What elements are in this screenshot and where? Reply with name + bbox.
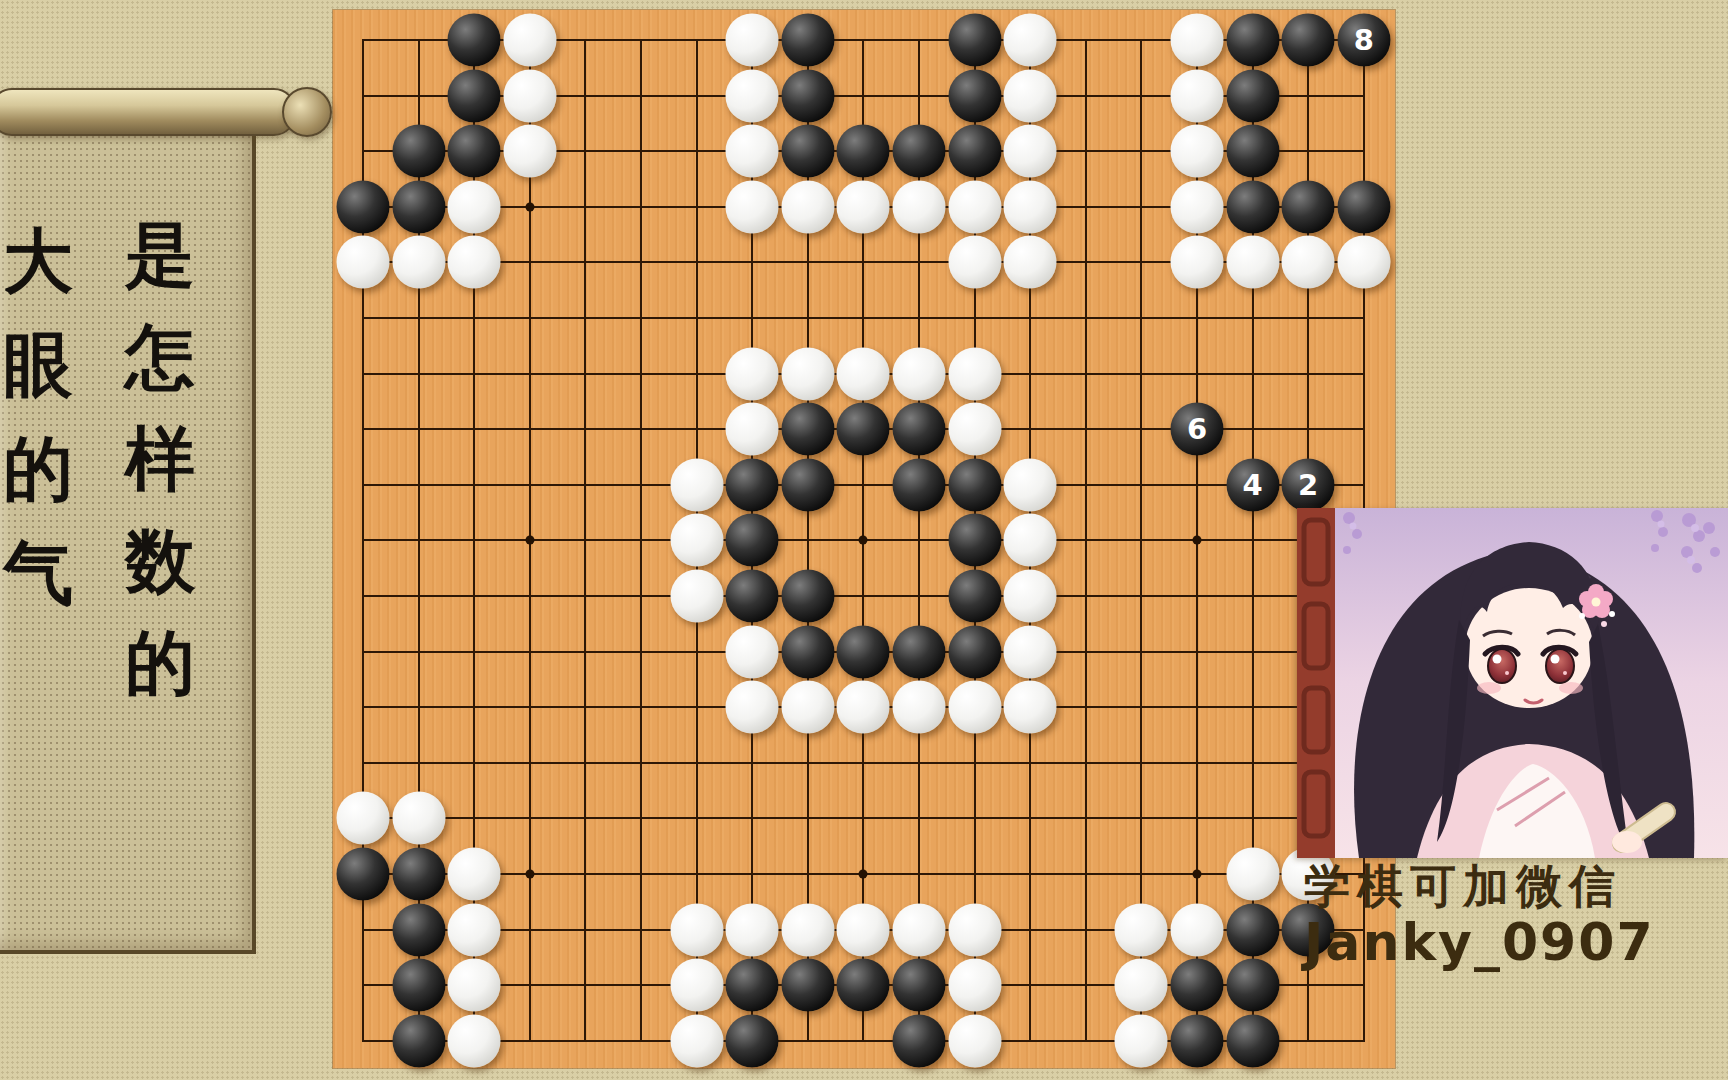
white-stone (670, 903, 723, 956)
white-stone (337, 236, 390, 289)
black-stone (726, 570, 779, 623)
black-stone (893, 403, 946, 456)
black-stone (1226, 69, 1279, 122)
white-stone (670, 570, 723, 623)
black-stone (726, 458, 779, 511)
scroll-roller-knob (282, 87, 332, 137)
numbered-black-stone: 4 (1226, 458, 1279, 511)
white-stone (1115, 903, 1168, 956)
go-board: 8642 (333, 10, 1395, 1068)
black-stone (948, 14, 1001, 67)
white-stone (1337, 236, 1390, 289)
black-stone (781, 959, 834, 1012)
scroll-title-char: 大 (3, 226, 73, 296)
white-stone (1171, 180, 1224, 233)
white-stone (392, 792, 445, 845)
star-point (859, 870, 868, 879)
black-stone (337, 848, 390, 901)
scroll-title-char: 的 (3, 434, 73, 504)
scroll-title-char: 怎 (125, 322, 195, 392)
star-point (859, 536, 868, 545)
white-stone (948, 1014, 1001, 1067)
black-stone (781, 625, 834, 678)
move-number-label: 8 (1337, 14, 1390, 67)
black-stone (726, 514, 779, 567)
black-stone (837, 403, 890, 456)
scroll-title-char: 样 (125, 424, 195, 494)
black-stone (893, 625, 946, 678)
move-number-label: 6 (1171, 403, 1224, 456)
black-stone (392, 848, 445, 901)
white-stone (726, 347, 779, 400)
black-stone (1226, 903, 1279, 956)
white-stone (503, 69, 556, 122)
white-stone (948, 236, 1001, 289)
black-stone (1337, 180, 1390, 233)
white-stone (448, 180, 501, 233)
black-stone (781, 14, 834, 67)
black-stone (1171, 959, 1224, 1012)
black-stone (726, 959, 779, 1012)
black-stone (948, 514, 1001, 567)
white-stone (1004, 125, 1057, 178)
black-stone (893, 1014, 946, 1067)
black-stone (948, 625, 1001, 678)
white-stone (392, 236, 445, 289)
star-point (525, 536, 534, 545)
black-stone (448, 125, 501, 178)
numbered-black-stone: 6 (1171, 403, 1224, 456)
white-stone (1226, 848, 1279, 901)
board-grid-line-horizontal (362, 595, 1365, 597)
black-stone (1226, 125, 1279, 178)
white-stone (448, 1014, 501, 1067)
white-stone (948, 903, 1001, 956)
black-stone (781, 125, 834, 178)
white-stone (1115, 959, 1168, 1012)
white-stone (948, 403, 1001, 456)
white-stone (1004, 236, 1057, 289)
black-stone (893, 959, 946, 1012)
avatar-image (1297, 508, 1728, 858)
white-stone (781, 681, 834, 734)
star-point (525, 202, 534, 211)
white-stone (948, 681, 1001, 734)
black-stone (1226, 180, 1279, 233)
white-stone (726, 403, 779, 456)
white-stone (726, 625, 779, 678)
white-stone (781, 180, 834, 233)
white-stone (1171, 125, 1224, 178)
scroll-title-char: 气 (3, 538, 73, 608)
white-stone (1171, 903, 1224, 956)
white-stone (1004, 625, 1057, 678)
white-stone (1171, 14, 1224, 67)
page-background: 大眼的气 是怎样数的 8642 (0, 0, 1728, 1080)
white-stone (893, 903, 946, 956)
black-stone (392, 959, 445, 1012)
white-stone (893, 347, 946, 400)
board-grid-line-horizontal (362, 817, 1365, 819)
numbered-black-stone: 8 (1337, 14, 1390, 67)
board-grid-line-vertical (1140, 39, 1142, 1042)
black-stone (948, 570, 1001, 623)
black-stone (781, 458, 834, 511)
black-stone (1226, 959, 1279, 1012)
white-stone (448, 903, 501, 956)
white-stone (948, 959, 1001, 1012)
black-stone (837, 625, 890, 678)
black-stone (893, 458, 946, 511)
black-stone (392, 1014, 445, 1067)
white-stone (837, 903, 890, 956)
white-stone (726, 69, 779, 122)
scroll-title-char: 眼 (3, 330, 73, 400)
black-stone (1282, 14, 1335, 67)
scroll-title-char: 数 (125, 526, 195, 596)
white-stone (837, 681, 890, 734)
white-stone (893, 180, 946, 233)
black-stone (337, 180, 390, 233)
white-stone (1282, 236, 1335, 289)
caption-wechat: 学棋可加微信 (1304, 856, 1728, 918)
white-stone (670, 959, 723, 1012)
white-stone (837, 180, 890, 233)
white-stone (448, 959, 501, 1012)
white-stone (670, 1014, 723, 1067)
white-stone (670, 458, 723, 511)
white-stone (1171, 236, 1224, 289)
black-stone (1226, 1014, 1279, 1067)
white-stone (948, 180, 1001, 233)
black-stone (392, 125, 445, 178)
black-stone (726, 1014, 779, 1067)
white-stone (1004, 458, 1057, 511)
black-stone (781, 570, 834, 623)
white-stone (781, 347, 834, 400)
black-stone (893, 125, 946, 178)
white-stone (1004, 514, 1057, 567)
black-stone (448, 69, 501, 122)
scroll-title-column-2: 是怎样数的 (122, 220, 198, 698)
scroll-title-column-1: 大眼的气 (0, 226, 76, 608)
move-number-label: 4 (1226, 458, 1279, 511)
white-stone (1115, 1014, 1168, 1067)
white-stone (1004, 570, 1057, 623)
star-point (1193, 870, 1202, 879)
star-point (1193, 536, 1202, 545)
white-stone (337, 792, 390, 845)
window-frame (1297, 508, 1335, 858)
move-number-label: 2 (1282, 458, 1335, 511)
white-stone (1004, 69, 1057, 122)
white-stone (1226, 236, 1279, 289)
black-stone (837, 125, 890, 178)
white-stone (893, 681, 946, 734)
black-stone (948, 458, 1001, 511)
white-stone (726, 180, 779, 233)
numbered-black-stone: 2 (1282, 458, 1335, 511)
black-stone (948, 69, 1001, 122)
white-stone (1004, 14, 1057, 67)
white-stone (670, 514, 723, 567)
white-stone (781, 903, 834, 956)
white-stone (726, 681, 779, 734)
white-stone (726, 903, 779, 956)
black-stone (448, 14, 501, 67)
black-stone (948, 125, 1001, 178)
white-stone (503, 125, 556, 178)
black-stone (781, 403, 834, 456)
white-stone (726, 125, 779, 178)
black-stone (1226, 14, 1279, 67)
white-stone (448, 848, 501, 901)
black-stone (1282, 180, 1335, 233)
black-stone (392, 180, 445, 233)
board-grid-line-horizontal (362, 762, 1365, 764)
black-stone (1171, 1014, 1224, 1067)
white-stone (1004, 180, 1057, 233)
scroll-title-char: 是 (125, 220, 195, 290)
white-stone (837, 347, 890, 400)
white-stone (948, 347, 1001, 400)
scroll-title-char: 的 (125, 628, 195, 698)
black-stone (392, 903, 445, 956)
white-stone (503, 14, 556, 67)
white-stone (448, 236, 501, 289)
black-stone (781, 69, 834, 122)
white-stone (1171, 69, 1224, 122)
white-stone (1004, 681, 1057, 734)
black-stone (837, 959, 890, 1012)
white-stone (726, 14, 779, 67)
scroll-roller (0, 88, 296, 136)
star-point (525, 870, 534, 879)
caption-wechat-id: Janky_0907 (1304, 912, 1728, 972)
board-grid-line-vertical (1085, 39, 1087, 1042)
